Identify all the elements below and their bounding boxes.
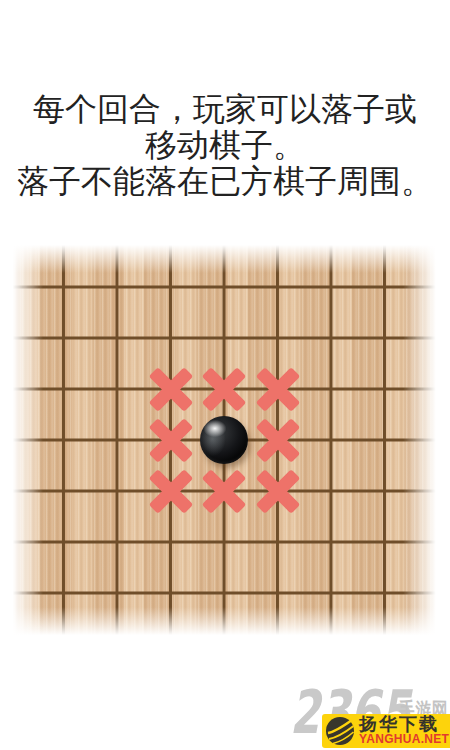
board-intersection[interactable] (144, 415, 198, 466)
board-intersection[interactable] (251, 517, 305, 568)
yanghua-badge-texts: 扬华下载 YANGHUA.NET (359, 716, 449, 746)
instruction-line-3: 落子不能落在已方棋子周围。 (0, 163, 450, 199)
black-stone[interactable] (200, 416, 248, 464)
board-intersection[interactable] (90, 262, 144, 313)
forbidden-x-marker (255, 417, 301, 463)
board-intersection[interactable] (197, 364, 251, 415)
board-intersection[interactable] (251, 262, 305, 313)
board-intersection[interactable] (358, 262, 412, 313)
board-intersection[interactable] (90, 415, 144, 466)
board-intersection[interactable] (358, 568, 412, 619)
board-intersection[interactable] (37, 313, 91, 364)
board-intersection[interactable] (304, 517, 358, 568)
board-intersection[interactable] (197, 262, 251, 313)
board-intersection[interactable] (304, 364, 358, 415)
board-intersection[interactable] (90, 517, 144, 568)
yanghua-download-badge: 扬华下载 YANGHUA.NET (322, 714, 450, 748)
board-intersection[interactable] (90, 364, 144, 415)
board-intersection[interactable] (90, 568, 144, 619)
tutorial-screen: 每个回合，玩家可以落子或 移动棋子。 落子不能落在已方棋子周围。 2365 手游… (0, 0, 450, 750)
forbidden-x-marker (201, 366, 247, 412)
forbidden-x-marker (148, 366, 194, 412)
board-intersection[interactable] (358, 517, 412, 568)
board-intersection[interactable] (251, 415, 305, 466)
board-intersection[interactable] (37, 517, 91, 568)
board-intersections[interactable] (37, 262, 412, 619)
board-intersection[interactable] (37, 415, 91, 466)
instruction-text: 每个回合，玩家可以落子或 移动棋子。 落子不能落在已方棋子周围。 (0, 91, 450, 199)
board-intersection[interactable] (251, 364, 305, 415)
board-intersection[interactable] (144, 364, 198, 415)
instruction-line-1: 每个回合，玩家可以落子或 (0, 91, 450, 127)
forbidden-x-marker (255, 366, 301, 412)
forbidden-x-marker (201, 468, 247, 514)
board-intersection[interactable] (304, 262, 358, 313)
board-intersection[interactable] (197, 517, 251, 568)
instruction-line-2: 移动棋子。 (0, 127, 450, 163)
board-intersection[interactable] (251, 313, 305, 364)
forbidden-x-marker (148, 417, 194, 463)
forbidden-x-marker (148, 468, 194, 514)
board-intersection[interactable] (304, 313, 358, 364)
board-intersection[interactable] (304, 415, 358, 466)
board-intersection[interactable] (37, 262, 91, 313)
board-intersection[interactable] (358, 415, 412, 466)
board-intersection[interactable] (144, 466, 198, 517)
board-intersection[interactable] (358, 313, 412, 364)
board-intersection[interactable] (90, 466, 144, 517)
board-intersection[interactable] (37, 568, 91, 619)
board-intersection[interactable] (144, 568, 198, 619)
board-intersection[interactable] (358, 364, 412, 415)
game-board[interactable] (6, 238, 444, 642)
board-intersection[interactable] (197, 415, 251, 466)
board-intersection[interactable] (304, 466, 358, 517)
board-intersection[interactable] (251, 568, 305, 619)
board-intersection[interactable] (304, 568, 358, 619)
board-intersection[interactable] (144, 313, 198, 364)
yanghua-badge-title: 扬华下载 (359, 716, 449, 733)
board-intersection[interactable] (144, 517, 198, 568)
board-intersection[interactable] (37, 466, 91, 517)
board-intersection[interactable] (358, 466, 412, 517)
yanghua-badge-url: YANGHUA.NET (359, 733, 449, 746)
forbidden-x-marker (255, 468, 301, 514)
board-intersection[interactable] (251, 466, 305, 517)
board-intersection[interactable] (197, 568, 251, 619)
yanghua-globe-icon (325, 716, 355, 746)
board-intersection[interactable] (197, 313, 251, 364)
board-intersection[interactable] (90, 313, 144, 364)
board-intersection[interactable] (37, 364, 91, 415)
board-intersection[interactable] (144, 262, 198, 313)
board-intersection[interactable] (197, 466, 251, 517)
